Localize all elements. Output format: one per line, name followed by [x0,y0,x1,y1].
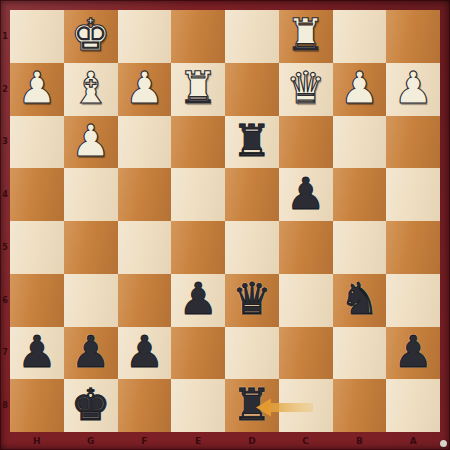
square-a4[interactable] [386,168,440,221]
square-f8[interactable] [118,379,172,432]
square-a3[interactable] [386,116,440,169]
black-pawn[interactable]: ♟ [125,330,164,374]
square-a8[interactable] [386,379,440,432]
square-c4[interactable]: ♟ [279,168,333,221]
rank-label-2: 2 [0,63,10,116]
square-b1[interactable] [333,10,387,63]
square-e1[interactable] [171,10,225,63]
file-label-e: E [171,432,225,450]
white-pawn[interactable]: ♟ [17,66,56,110]
square-g7[interactable]: ♟ [64,327,118,380]
square-e6[interactable]: ♟ [171,274,225,327]
white-pawn[interactable]: ♟ [125,66,164,110]
square-f3[interactable] [118,116,172,169]
square-f7[interactable]: ♟ [118,327,172,380]
square-f5[interactable] [118,221,172,274]
square-f4[interactable] [118,168,172,221]
square-f2[interactable]: ♟ [118,63,172,116]
square-b4[interactable] [333,168,387,221]
square-e4[interactable] [171,168,225,221]
square-c2[interactable]: ♛ [279,63,333,116]
white-bishop[interactable]: ♝ [71,66,110,110]
file-label-c: C [279,432,333,450]
square-a1[interactable] [386,10,440,63]
square-h4[interactable] [10,168,64,221]
square-c7[interactable] [279,327,333,380]
rank-label-4: 4 [0,168,10,221]
square-d7[interactable] [225,327,279,380]
square-a5[interactable] [386,221,440,274]
square-c5[interactable] [279,221,333,274]
square-b8[interactable] [333,379,387,432]
black-queen[interactable]: ♛ [232,277,271,321]
square-d6[interactable]: ♛ [225,274,279,327]
square-g4[interactable] [64,168,118,221]
square-h5[interactable] [10,221,64,274]
square-h2[interactable]: ♟ [10,63,64,116]
file-label-h: H [10,432,64,450]
square-h8[interactable] [10,379,64,432]
white-pawn[interactable]: ♟ [71,119,110,163]
black-pawn[interactable]: ♟ [17,330,56,374]
square-e8[interactable] [171,379,225,432]
square-a6[interactable] [386,274,440,327]
square-g1[interactable]: ♚ [64,10,118,63]
chess-board: ♚♜♟♝♟♜♛♟♟♟♜♟♟♛♞♟♟♟♟♚♜ [10,10,440,432]
square-g5[interactable] [64,221,118,274]
square-e3[interactable] [171,116,225,169]
black-pawn[interactable]: ♟ [178,277,217,321]
square-d4[interactable] [225,168,279,221]
square-b6[interactable]: ♞ [333,274,387,327]
white-rook[interactable]: ♜ [286,13,325,57]
square-h6[interactable] [10,274,64,327]
square-h3[interactable] [10,116,64,169]
rank-label-5: 5 [0,221,10,274]
square-g6[interactable] [64,274,118,327]
black-pawn[interactable]: ♟ [286,172,325,216]
file-label-g: G [64,432,118,450]
square-f1[interactable] [118,10,172,63]
square-a7[interactable]: ♟ [386,327,440,380]
black-pawn[interactable]: ♟ [71,330,110,374]
square-c6[interactable] [279,274,333,327]
square-a2[interactable]: ♟ [386,63,440,116]
square-g8[interactable]: ♚ [64,379,118,432]
file-label-b: B [333,432,387,450]
black-pawn[interactable]: ♟ [393,330,432,374]
square-b3[interactable] [333,116,387,169]
square-g2[interactable]: ♝ [64,63,118,116]
square-d1[interactable] [225,10,279,63]
rank-labels: 12345678 [0,10,10,432]
square-b2[interactable]: ♟ [333,63,387,116]
rank-label-7: 7 [0,327,10,380]
square-d5[interactable] [225,221,279,274]
square-d3[interactable]: ♜ [225,116,279,169]
square-e7[interactable] [171,327,225,380]
file-label-f: F [118,432,172,450]
square-c8[interactable] [279,379,333,432]
rank-label-8: 8 [0,379,10,432]
square-e5[interactable] [171,221,225,274]
square-h1[interactable] [10,10,64,63]
square-d2[interactable] [225,63,279,116]
square-c1[interactable]: ♜ [279,10,333,63]
rank-label-3: 3 [0,116,10,169]
white-king[interactable]: ♚ [71,13,110,57]
white-pawn[interactable]: ♟ [393,66,432,110]
square-f6[interactable] [118,274,172,327]
white-queen[interactable]: ♛ [286,66,325,110]
square-e2[interactable]: ♜ [171,63,225,116]
side-indicator-dot [440,440,447,447]
black-rook[interactable]: ♜ [232,383,271,427]
square-d8[interactable]: ♜ [225,379,279,432]
square-g3[interactable]: ♟ [64,116,118,169]
file-label-a: A [386,432,440,450]
rank-label-6: 6 [0,274,10,327]
black-king[interactable]: ♚ [71,383,110,427]
rank-label-1: 1 [0,10,10,63]
black-rook[interactable]: ♜ [232,119,271,163]
white-pawn[interactable]: ♟ [340,66,379,110]
file-labels: HGFEDCBA [10,432,440,450]
black-knight[interactable]: ♞ [340,277,379,321]
square-c3[interactable] [279,116,333,169]
square-b5[interactable] [333,221,387,274]
square-h7[interactable]: ♟ [10,327,64,380]
chess-board-frame: 12345678 HGFEDCBA ♚♜♟♝♟♜♛♟♟♟♜♟♟♛♞♟♟♟♟♚♜ [0,0,450,450]
white-rook[interactable]: ♜ [178,66,217,110]
square-b7[interactable] [333,327,387,380]
file-label-d: D [225,432,279,450]
